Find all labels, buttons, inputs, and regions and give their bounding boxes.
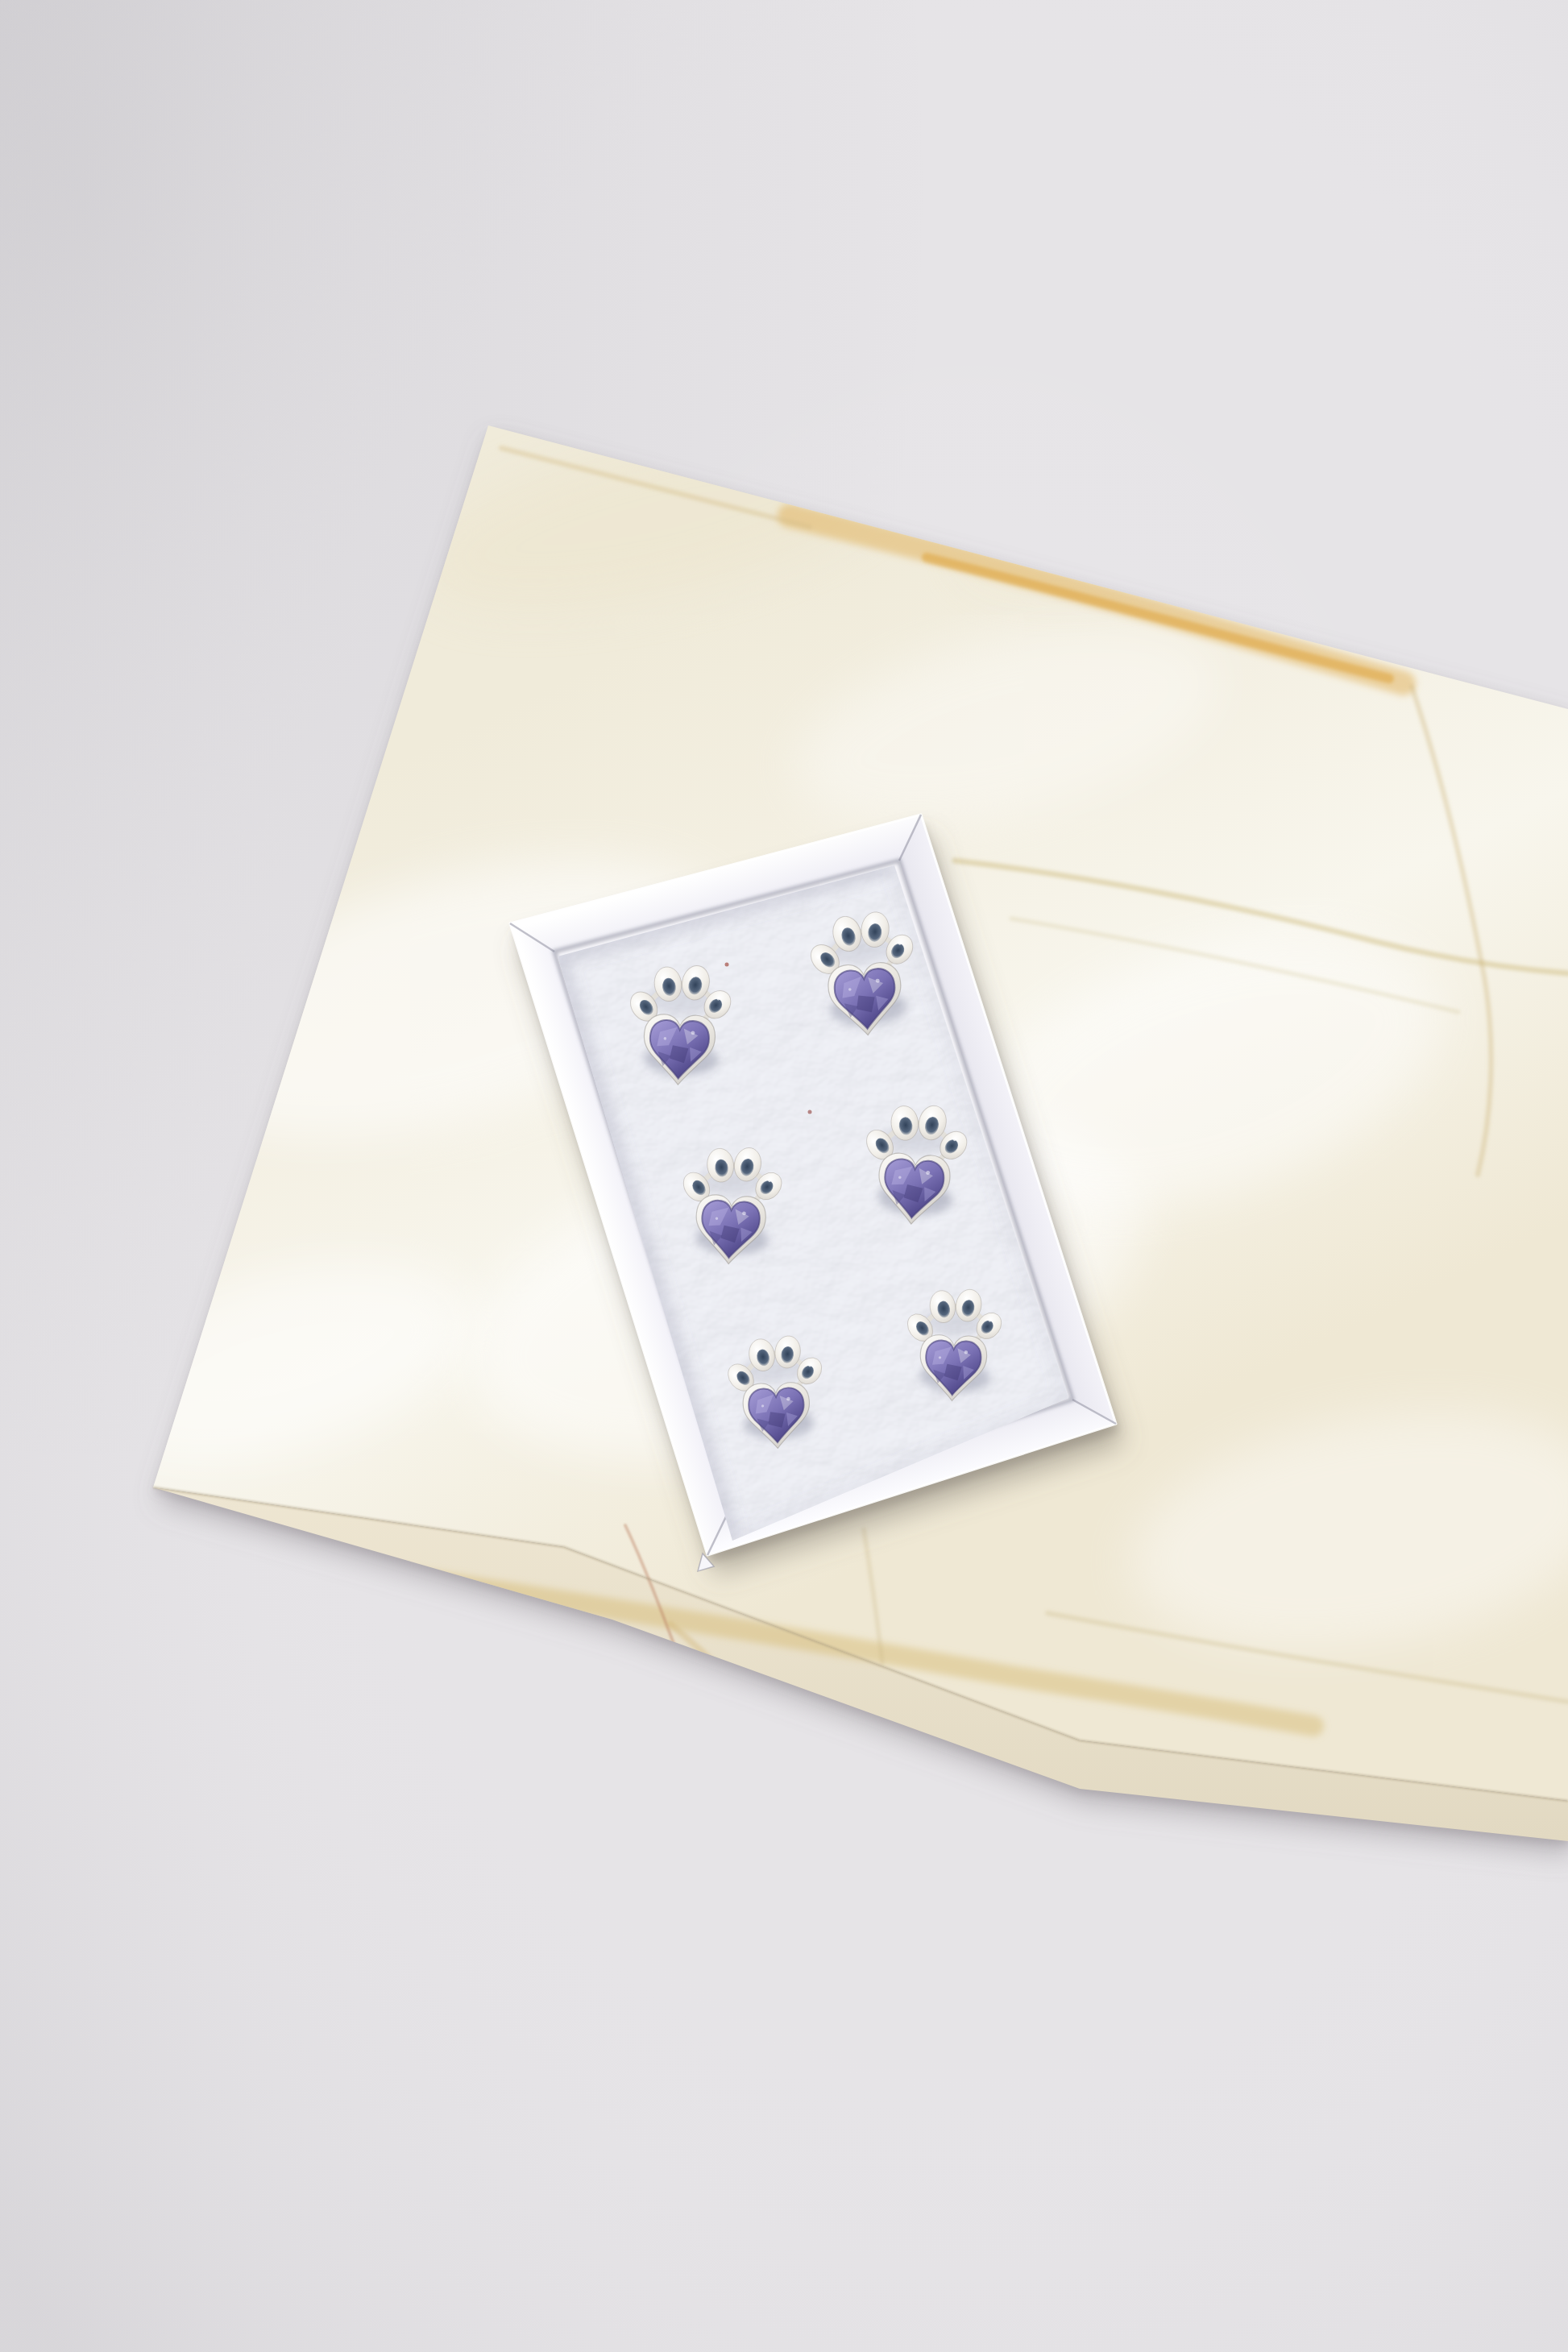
photo-stage [0,0,1568,2352]
product-photo [0,0,1568,2352]
wadding-speck [725,963,729,967]
wadding-speck [808,1110,812,1114]
